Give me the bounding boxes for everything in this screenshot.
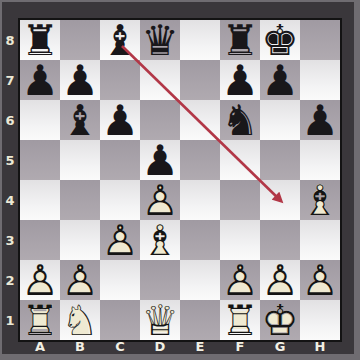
rank-label-1: 1 [2, 300, 18, 340]
piece-glyph-outline: ♙ [140, 181, 180, 221]
piece-glyph-outline: ♙ [220, 261, 260, 301]
square-g7[interactable]: ♟ [260, 60, 300, 100]
square-c4[interactable] [100, 180, 140, 220]
square-b2[interactable]: ♟♙ [60, 260, 100, 300]
piece-black-rook[interactable]: ♜ [220, 21, 260, 61]
square-g5[interactable] [260, 140, 300, 180]
piece-white-bishop[interactable]: ♝♗ [140, 221, 180, 261]
square-d5[interactable]: ♟ [140, 140, 180, 180]
piece-white-bishop[interactable]: ♝♗ [300, 181, 340, 221]
piece-black-pawn[interactable]: ♟ [140, 141, 180, 181]
square-f8[interactable]: ♜ [220, 20, 260, 60]
piece-black-pawn[interactable]: ♟ [60, 61, 100, 101]
chess-board: ♜♝♛♜♚♟♟♟♟♝♟♞♟♟♟♙♝♗♟♙♝♗♟♙♟♙♟♙♟♙♟♙♜♖♞♘♛♕♜♖… [18, 18, 342, 342]
square-d4[interactable]: ♟♙ [140, 180, 180, 220]
piece-glyph-outline: ♖ [220, 301, 260, 341]
rank-label-3: 3 [2, 220, 18, 260]
piece-glyph-outline: ♔ [260, 301, 300, 341]
piece-glyph-outline: ♗ [300, 181, 340, 221]
square-e8[interactable] [180, 20, 220, 60]
piece-glyph-outline: ♙ [100, 221, 140, 261]
piece-black-queen[interactable]: ♛ [140, 21, 180, 61]
file-label-H: H [300, 339, 340, 354]
piece-white-pawn[interactable]: ♟♙ [20, 261, 60, 301]
square-a7[interactable]: ♟ [20, 60, 60, 100]
square-g4[interactable] [260, 180, 300, 220]
square-d7[interactable] [140, 60, 180, 100]
square-b8[interactable] [60, 20, 100, 60]
square-g1[interactable]: ♚♔ [260, 300, 300, 340]
piece-black-bishop[interactable]: ♝ [100, 21, 140, 61]
square-b6[interactable]: ♝ [60, 100, 100, 140]
piece-white-pawn[interactable]: ♟♙ [220, 261, 260, 301]
square-e6[interactable] [180, 100, 220, 140]
file-label-F: F [220, 339, 260, 354]
square-g8[interactable]: ♚ [260, 20, 300, 60]
piece-black-rook[interactable]: ♜ [20, 21, 60, 61]
square-d1[interactable]: ♛♕ [140, 300, 180, 340]
square-g3[interactable] [260, 220, 300, 260]
square-e1[interactable] [180, 300, 220, 340]
rank-label-8: 8 [2, 20, 18, 60]
square-h4[interactable]: ♝♗ [300, 180, 340, 220]
piece-white-knight[interactable]: ♞♘ [60, 301, 100, 341]
square-d6[interactable] [140, 100, 180, 140]
square-a2[interactable]: ♟♙ [20, 260, 60, 300]
square-f5[interactable] [220, 140, 260, 180]
piece-white-rook[interactable]: ♜♖ [220, 301, 260, 341]
file-label-E: E [180, 339, 220, 354]
piece-black-knight[interactable]: ♞ [220, 101, 260, 141]
piece-glyph-outline: ♙ [20, 261, 60, 301]
piece-glyph-outline: ♖ [20, 301, 60, 341]
piece-glyph-outline: ♘ [60, 301, 100, 341]
piece-black-pawn[interactable]: ♟ [300, 101, 340, 141]
piece-white-rook[interactable]: ♜♖ [20, 301, 60, 341]
square-h3[interactable] [300, 220, 340, 260]
square-f2[interactable]: ♟♙ [220, 260, 260, 300]
square-a3[interactable] [20, 220, 60, 260]
piece-white-pawn[interactable]: ♟♙ [100, 221, 140, 261]
square-b5[interactable] [60, 140, 100, 180]
square-g6[interactable] [260, 100, 300, 140]
square-a6[interactable] [20, 100, 60, 140]
square-f6[interactable]: ♞ [220, 100, 260, 140]
piece-white-pawn[interactable]: ♟♙ [140, 181, 180, 221]
square-h5[interactable] [300, 140, 340, 180]
file-label-D: D [140, 339, 180, 354]
square-h6[interactable]: ♟ [300, 100, 340, 140]
square-e2[interactable] [180, 260, 220, 300]
file-labels: ABCDEFGH [20, 339, 340, 354]
square-f7[interactable]: ♟ [220, 60, 260, 100]
rank-label-6: 6 [2, 100, 18, 140]
rank-label-5: 5 [2, 140, 18, 180]
file-label-C: C [100, 339, 140, 354]
square-h2[interactable]: ♟♙ [300, 260, 340, 300]
square-c2[interactable] [100, 260, 140, 300]
square-d8[interactable]: ♛ [140, 20, 180, 60]
piece-white-pawn[interactable]: ♟♙ [300, 261, 340, 301]
square-b4[interactable] [60, 180, 100, 220]
square-e7[interactable] [180, 60, 220, 100]
rank-label-7: 7 [2, 60, 18, 100]
square-h1[interactable] [300, 300, 340, 340]
square-e5[interactable] [180, 140, 220, 180]
square-h7[interactable] [300, 60, 340, 100]
square-e3[interactable] [180, 220, 220, 260]
piece-glyph-outline: ♙ [300, 261, 340, 301]
square-g2[interactable]: ♟♙ [260, 260, 300, 300]
piece-black-pawn[interactable]: ♟ [220, 61, 260, 101]
piece-glyph-outline: ♕ [140, 301, 180, 341]
file-label-A: A [20, 339, 60, 354]
square-a1[interactable]: ♜♖ [20, 300, 60, 340]
square-a4[interactable] [20, 180, 60, 220]
square-d2[interactable] [140, 260, 180, 300]
square-h8[interactable] [300, 20, 340, 60]
board-squares: ♜♝♛♜♚♟♟♟♟♝♟♞♟♟♟♙♝♗♟♙♝♗♟♙♟♙♟♙♟♙♟♙♜♖♞♘♛♕♜♖… [20, 20, 340, 340]
file-label-G: G [260, 339, 300, 354]
square-d3[interactable]: ♝♗ [140, 220, 180, 260]
square-c6[interactable]: ♟ [100, 100, 140, 140]
rank-labels: 87654321 [2, 20, 18, 340]
piece-white-pawn[interactable]: ♟♙ [260, 261, 300, 301]
piece-black-pawn[interactable]: ♟ [100, 101, 140, 141]
piece-black-pawn[interactable]: ♟ [20, 61, 60, 101]
square-f1[interactable]: ♜♖ [220, 300, 260, 340]
square-b3[interactable] [60, 220, 100, 260]
square-a5[interactable] [20, 140, 60, 180]
piece-glyph-outline: ♙ [260, 261, 300, 301]
square-f4[interactable] [220, 180, 260, 220]
square-c3[interactable]: ♟♙ [100, 220, 140, 260]
piece-black-bishop[interactable]: ♝ [60, 101, 100, 141]
square-f3[interactable] [220, 220, 260, 260]
square-b7[interactable]: ♟ [60, 60, 100, 100]
square-c7[interactable] [100, 60, 140, 100]
piece-white-king[interactable]: ♚♔ [260, 301, 300, 341]
piece-white-queen[interactable]: ♛♕ [140, 301, 180, 341]
square-c5[interactable] [100, 140, 140, 180]
square-e4[interactable] [180, 180, 220, 220]
piece-glyph-outline: ♙ [60, 261, 100, 301]
rank-label-2: 2 [2, 260, 18, 300]
square-c8[interactable]: ♝ [100, 20, 140, 60]
square-c1[interactable] [100, 300, 140, 340]
rank-label-4: 4 [2, 180, 18, 220]
piece-black-pawn[interactable]: ♟ [260, 61, 300, 101]
piece-white-pawn[interactable]: ♟♙ [60, 261, 100, 301]
square-a8[interactable]: ♜ [20, 20, 60, 60]
file-label-B: B [60, 339, 100, 354]
square-b1[interactable]: ♞♘ [60, 300, 100, 340]
piece-black-king[interactable]: ♚ [260, 21, 300, 61]
piece-glyph-outline: ♗ [140, 221, 180, 261]
